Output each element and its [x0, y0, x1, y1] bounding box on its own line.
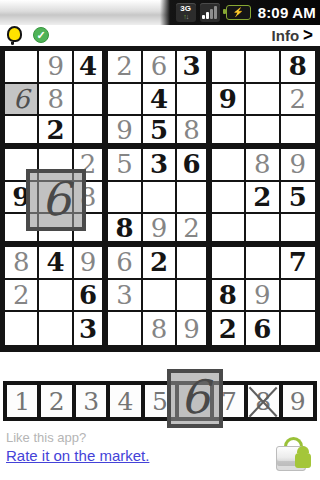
sudoku-cell-r7c5[interactable]: 2	[143, 247, 177, 280]
signal-bar	[210, 9, 213, 19]
rate-prompt: Like this app? Rate it on the market.	[6, 430, 149, 465]
sudoku-cell-r9c6[interactable]: 9	[177, 312, 211, 345]
sudoku-cell-r6c6[interactable]: 2	[177, 214, 211, 247]
sudoku-cell-r4c9[interactable]: 9	[281, 149, 315, 182]
sudoku-cell-r1c4[interactable]: 2	[108, 51, 142, 84]
sudoku-cell-r1c8[interactable]	[246, 51, 280, 84]
sudoku-cell-r2c3[interactable]	[74, 84, 108, 117]
chevron-right-icon: >	[303, 25, 313, 46]
sudoku-cell-r6c4[interactable]: 8	[108, 214, 142, 247]
sudoku-cell-r4c6[interactable]: 6	[177, 149, 211, 182]
sudoku-cell-r5c5[interactable]	[143, 182, 177, 215]
sudoku-cell-r8c5[interactable]	[143, 280, 177, 313]
numpad-digit-4[interactable]: 4	[110, 385, 140, 417]
sudoku-cell-r1c7[interactable]	[212, 51, 246, 84]
sudoku-cell-r4c8[interactable]: 8	[246, 149, 280, 182]
signal-bar	[202, 15, 205, 19]
signal-strength-icon	[200, 3, 220, 22]
sudoku-cell-r4c7[interactable]	[212, 149, 246, 182]
signal-bar	[206, 12, 209, 19]
sudoku-cell-r4c4[interactable]: 5	[108, 149, 142, 182]
sudoku-cell-r3c9[interactable]	[281, 116, 315, 149]
sudoku-cell-r9c3[interactable]: 3	[74, 312, 108, 345]
lightning-bolt-icon: ⚡	[233, 8, 244, 17]
check-circle-icon[interactable]: ✓	[33, 27, 49, 43]
drag-tile-on-board[interactable]: 6	[26, 169, 86, 231]
sudoku-cell-r5c9[interactable]: 5	[281, 182, 315, 215]
signal-bar	[214, 6, 217, 19]
sudoku-cell-r3c1[interactable]	[5, 116, 39, 149]
sudoku-cell-r7c1[interactable]: 8	[5, 247, 39, 280]
rate-link[interactable]: Rate it on the market.	[6, 447, 149, 464]
sudoku-cell-r2c7[interactable]: 9	[212, 84, 246, 117]
sudoku-cell-r8c3[interactable]: 6	[74, 280, 108, 313]
battery-charging-icon: ⚡	[226, 5, 251, 20]
sudoku-cell-r6c8[interactable]	[246, 214, 280, 247]
sudoku-cell-r6c9[interactable]	[281, 214, 315, 247]
sudoku-cell-r6c5[interactable]: 9	[143, 214, 177, 247]
sudoku-cell-r2c5[interactable]: 4	[143, 84, 177, 117]
3g-label: 3G	[180, 5, 191, 13]
sudoku-cell-r2c4[interactable]	[108, 84, 142, 117]
sudoku-cell-r1c6[interactable]: 3	[177, 51, 211, 84]
like-text: Like this app?	[6, 430, 149, 445]
sudoku-cell-r7c7[interactable]	[212, 247, 246, 280]
numpad-digit-8[interactable]: 8	[248, 385, 278, 417]
sudoku-cell-r9c4[interactable]	[108, 312, 142, 345]
sudoku-cell-r9c8[interactable]: 6	[246, 312, 280, 345]
sudoku-cell-r9c2[interactable]	[39, 312, 73, 345]
3g-network-icon: 3G ↑↓	[176, 3, 196, 22]
sudoku-cell-r7c9[interactable]: 7	[281, 247, 315, 280]
game-toolbar: ✓ Info >	[0, 25, 320, 46]
sudoku-cell-r3c3[interactable]	[74, 116, 108, 149]
sudoku-cell-r7c3[interactable]: 9	[74, 247, 108, 280]
sudoku-cell-r8c9[interactable]	[281, 280, 315, 313]
sudoku-cell-r5c4[interactable]	[108, 182, 142, 215]
sudoku-cell-r2c8[interactable]	[246, 84, 280, 117]
sudoku-cell-r4c5[interactable]: 3	[143, 149, 177, 182]
android-robot	[295, 453, 311, 468]
sudoku-cell-r7c2[interactable]: 4	[39, 247, 73, 280]
sudoku-cell-r8c4[interactable]: 3	[108, 280, 142, 313]
sudoku-cell-r3c2[interactable]: 2	[39, 116, 73, 149]
clock: 8:09 AM	[258, 4, 316, 21]
status-bar-icons: 3G ↑↓ ⚡ 8:09 AM	[160, 0, 320, 25]
sudoku-cell-r5c6[interactable]	[177, 182, 211, 215]
sudoku-cell-r1c3[interactable]: 4	[74, 51, 108, 84]
numpad-digit-1[interactable]: 1	[7, 385, 37, 417]
sudoku-cell-r5c8[interactable]: 2	[246, 182, 280, 215]
sudoku-cell-r7c6[interactable]	[177, 247, 211, 280]
sudoku-cell-r2c1[interactable]: 6	[5, 84, 39, 117]
sudoku-cell-r3c6[interactable]: 8	[177, 116, 211, 149]
sudoku-cell-r3c8[interactable]	[246, 116, 280, 149]
numpad-digit-3[interactable]: 3	[76, 385, 106, 417]
data-down-arrow-icon: ↓	[186, 13, 189, 20]
drag-tile-on-numpad[interactable]: 6	[167, 369, 223, 428]
sudoku-cell-r8c8[interactable]: 9	[246, 280, 280, 313]
sudoku-cell-r1c1[interactable]	[5, 51, 39, 84]
sudoku-cell-r6c7[interactable]	[212, 214, 246, 247]
sudoku-cell-r3c5[interactable]: 5	[143, 116, 177, 149]
android-market-icon	[276, 437, 313, 473]
sudoku-cell-r7c8[interactable]	[246, 247, 280, 280]
sudoku-cell-r1c9[interactable]: 8	[281, 51, 315, 84]
sudoku-cell-r9c1[interactable]	[5, 312, 39, 345]
sudoku-cell-r2c9[interactable]: 2	[281, 84, 315, 117]
sudoku-cell-r1c5[interactable]: 6	[143, 51, 177, 84]
numpad-digit-2[interactable]: 2	[41, 385, 71, 417]
sudoku-cell-r8c6[interactable]	[177, 280, 211, 313]
sudoku-cell-r2c2[interactable]: 8	[39, 84, 73, 117]
numpad-digit-9[interactable]: 9	[283, 385, 313, 417]
sudoku-cell-r8c1[interactable]: 2	[5, 280, 39, 313]
sudoku-cell-r2c6[interactable]	[177, 84, 211, 117]
sudoku-cell-r3c4[interactable]: 9	[108, 116, 142, 149]
status-bar: 3G ↑↓ ⚡ 8:09 AM	[0, 0, 320, 25]
info-button[interactable]: Info >	[272, 26, 313, 46]
app-screen: 3G ↑↓ ⚡ 8:09 AM ✓ Info > 9426386	[0, 0, 320, 480]
sudoku-cell-r9c9[interactable]	[281, 312, 315, 345]
sudoku-cell-r9c7[interactable]: 2	[212, 312, 246, 345]
number-pad: 123456789	[3, 381, 317, 421]
hint-lightbulb-icon[interactable]	[7, 26, 22, 42]
sudoku-cell-r5c7[interactable]	[212, 182, 246, 215]
sudoku-cell-r8c2[interactable]	[39, 280, 73, 313]
sudoku-cell-r9c5[interactable]: 8	[143, 312, 177, 345]
sudoku-cell-r3c7[interactable]	[212, 116, 246, 149]
info-label: Info	[272, 27, 300, 44]
sudoku-cell-r7c4[interactable]: 6	[108, 247, 142, 280]
sudoku-cell-r1c2[interactable]: 9	[39, 51, 73, 84]
sudoku-cell-r8c7[interactable]: 8	[212, 280, 246, 313]
